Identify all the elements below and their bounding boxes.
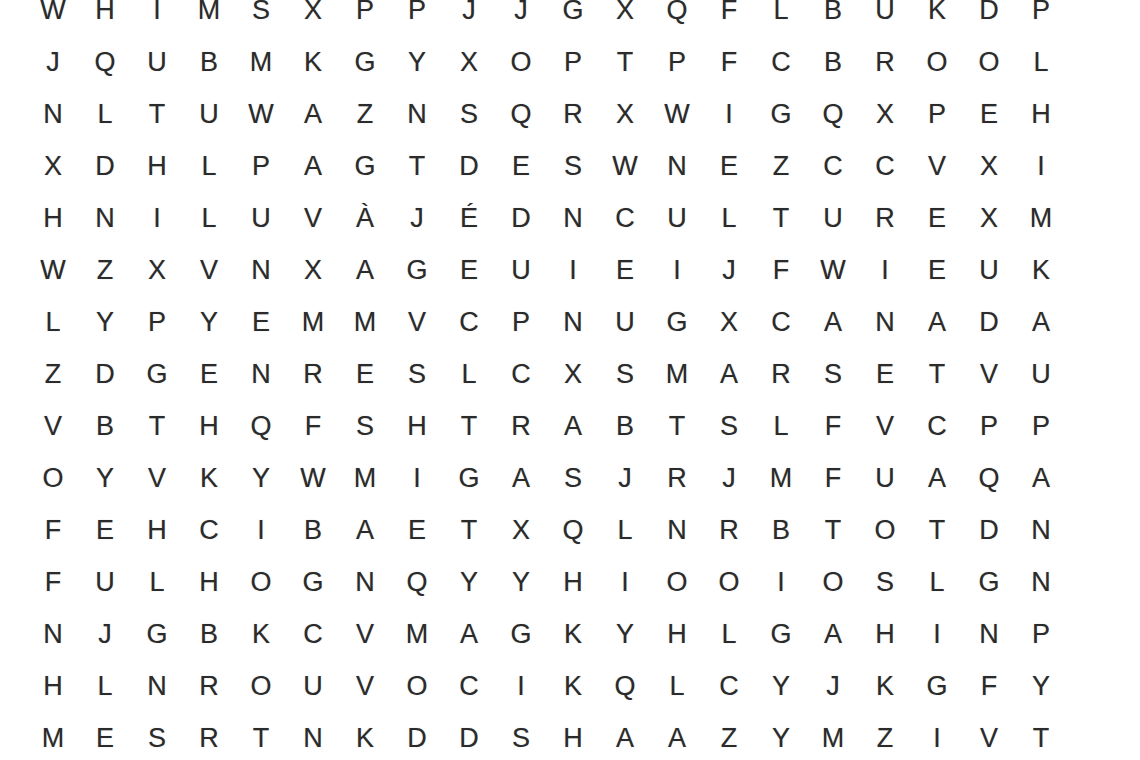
grid-cell[interactable]: B (599, 400, 651, 452)
grid-cell[interactable]: I (131, 192, 183, 244)
grid-cell[interactable]: X (599, 0, 651, 36)
grid-cell[interactable]: L (131, 556, 183, 608)
grid-cell[interactable]: L (27, 296, 79, 348)
grid-cell[interactable]: L (183, 192, 235, 244)
grid-cell[interactable]: E (703, 140, 755, 192)
grid-cell[interactable]: K (183, 452, 235, 504)
grid-cell[interactable]: N (79, 192, 131, 244)
grid-cell[interactable]: K (1015, 244, 1067, 296)
grid-cell[interactable]: R (859, 192, 911, 244)
grid-cell[interactable]: S (339, 400, 391, 452)
grid-cell[interactable]: U (235, 192, 287, 244)
grid-cell[interactable]: Y (755, 712, 807, 760)
grid-cell[interactable]: S (443, 88, 495, 140)
grid-cell[interactable]: Q (235, 400, 287, 452)
grid-cell[interactable]: K (339, 712, 391, 760)
grid-cell[interactable]: Y (495, 556, 547, 608)
grid-cell[interactable]: A (651, 712, 703, 760)
grid-cell[interactable]: S (131, 712, 183, 760)
grid-cell[interactable]: A (547, 400, 599, 452)
grid-cell[interactable]: W (599, 140, 651, 192)
grid-cell[interactable]: J (391, 192, 443, 244)
grid-cell[interactable]: R (547, 88, 599, 140)
grid-cell[interactable]: L (755, 0, 807, 36)
grid-cell[interactable]: C (443, 296, 495, 348)
grid-cell[interactable]: V (339, 608, 391, 660)
grid-cell[interactable]: F (287, 400, 339, 452)
grid-cell[interactable]: P (339, 0, 391, 36)
grid-cell[interactable]: J (807, 660, 859, 712)
grid-cell[interactable]: S (859, 556, 911, 608)
grid-cell[interactable]: N (131, 660, 183, 712)
grid-cell[interactable]: U (183, 88, 235, 140)
grid-cell[interactable]: N (27, 608, 79, 660)
grid-cell[interactable]: W (807, 244, 859, 296)
grid-cell[interactable]: E (235, 296, 287, 348)
grid-cell[interactable]: S (703, 400, 755, 452)
grid-cell[interactable]: A (911, 296, 963, 348)
grid-cell[interactable]: C (911, 400, 963, 452)
grid-cell[interactable]: Q (391, 556, 443, 608)
grid-cell[interactable]: X (703, 296, 755, 348)
grid-cell[interactable]: Y (599, 608, 651, 660)
grid-cell[interactable]: S (807, 348, 859, 400)
grid-cell[interactable]: R (183, 660, 235, 712)
grid-cell[interactable]: O (235, 556, 287, 608)
grid-cell[interactable]: E (391, 504, 443, 556)
grid-cell[interactable]: O (651, 556, 703, 608)
grid-cell[interactable]: E (599, 244, 651, 296)
grid-cell[interactable]: V (911, 140, 963, 192)
grid-cell[interactable]: M (27, 712, 79, 760)
grid-cell[interactable]: A (495, 452, 547, 504)
grid-cell[interactable]: V (339, 660, 391, 712)
grid-cell[interactable]: G (131, 608, 183, 660)
grid-cell[interactable]: J (495, 0, 547, 36)
grid-cell[interactable]: W (27, 0, 79, 36)
grid-cell[interactable]: J (443, 0, 495, 36)
grid-cell[interactable]: H (391, 400, 443, 452)
grid-cell[interactable]: V (131, 452, 183, 504)
grid-cell[interactable]: B (807, 0, 859, 36)
grid-cell[interactable]: B (287, 504, 339, 556)
grid-cell[interactable]: P (1015, 608, 1067, 660)
grid-cell[interactable]: Y (755, 660, 807, 712)
grid-cell[interactable]: K (235, 608, 287, 660)
grid-cell[interactable]: G (391, 244, 443, 296)
grid-cell[interactable]: D (443, 140, 495, 192)
grid-cell[interactable]: L (703, 192, 755, 244)
grid-cell[interactable]: C (495, 348, 547, 400)
grid-cell[interactable]: L (911, 556, 963, 608)
grid-cell[interactable]: I (1015, 140, 1067, 192)
grid-cell[interactable]: M (183, 0, 235, 36)
grid-cell[interactable]: T (443, 400, 495, 452)
grid-cell[interactable]: G (755, 88, 807, 140)
grid-cell[interactable]: C (807, 140, 859, 192)
grid-cell[interactable]: D (443, 712, 495, 760)
grid-cell[interactable]: X (963, 192, 1015, 244)
grid-cell[interactable]: G (339, 36, 391, 88)
grid-cell[interactable]: R (703, 504, 755, 556)
grid-cell[interactable]: I (495, 660, 547, 712)
grid-cell[interactable]: H (79, 0, 131, 36)
grid-cell[interactable]: V (287, 192, 339, 244)
grid-cell[interactable]: P (651, 36, 703, 88)
grid-cell[interactable]: B (183, 608, 235, 660)
grid-cell[interactable]: J (599, 452, 651, 504)
grid-cell[interactable]: H (27, 660, 79, 712)
grid-cell[interactable]: M (235, 36, 287, 88)
grid-cell[interactable]: F (703, 0, 755, 36)
grid-cell[interactable]: R (859, 36, 911, 88)
grid-cell[interactable]: Z (79, 244, 131, 296)
grid-cell[interactable]: A (287, 140, 339, 192)
grid-cell[interactable]: O (27, 452, 79, 504)
grid-cell[interactable]: A (1015, 296, 1067, 348)
grid-cell[interactable]: Q (79, 36, 131, 88)
grid-cell[interactable]: O (235, 660, 287, 712)
grid-cell[interactable]: À (339, 192, 391, 244)
grid-cell[interactable]: N (651, 140, 703, 192)
grid-cell[interactable]: W (287, 452, 339, 504)
grid-cell[interactable]: H (547, 712, 599, 760)
grid-cell[interactable]: Y (391, 36, 443, 88)
grid-cell[interactable]: U (495, 244, 547, 296)
grid-cell[interactable]: Q (651, 0, 703, 36)
grid-cell[interactable]: U (79, 556, 131, 608)
grid-cell[interactable]: O (807, 556, 859, 608)
grid-cell[interactable]: M (391, 608, 443, 660)
grid-cell[interactable]: G (651, 296, 703, 348)
grid-cell[interactable]: U (131, 36, 183, 88)
grid-cell[interactable]: L (755, 400, 807, 452)
grid-cell[interactable]: M (651, 348, 703, 400)
grid-cell[interactable]: N (963, 608, 1015, 660)
grid-cell[interactable]: T (599, 36, 651, 88)
grid-cell[interactable]: M (755, 452, 807, 504)
grid-cell[interactable]: G (755, 608, 807, 660)
grid-cell[interactable]: G (495, 608, 547, 660)
grid-cell[interactable]: I (911, 712, 963, 760)
grid-cell[interactable]: W (27, 244, 79, 296)
grid-cell[interactable]: C (599, 192, 651, 244)
grid-cell[interactable]: G (443, 452, 495, 504)
grid-cell[interactable]: F (755, 244, 807, 296)
grid-cell[interactable]: T (755, 192, 807, 244)
grid-cell[interactable]: Y (1015, 660, 1067, 712)
grid-cell[interactable]: F (807, 400, 859, 452)
grid-cell[interactable]: B (755, 504, 807, 556)
grid-cell[interactable]: L (703, 608, 755, 660)
grid-cell[interactable]: U (1015, 348, 1067, 400)
grid-cell[interactable]: E (911, 244, 963, 296)
grid-cell[interactable]: G (911, 660, 963, 712)
grid-cell[interactable]: N (547, 296, 599, 348)
grid-cell[interactable]: N (27, 88, 79, 140)
grid-cell[interactable]: N (1015, 504, 1067, 556)
grid-cell[interactable]: T (443, 504, 495, 556)
grid-cell[interactable]: U (287, 660, 339, 712)
grid-cell[interactable]: Y (183, 296, 235, 348)
grid-cell[interactable]: N (859, 296, 911, 348)
grid-cell[interactable]: X (495, 504, 547, 556)
grid-cell[interactable]: B (807, 36, 859, 88)
grid-cell[interactable]: P (131, 296, 183, 348)
grid-cell[interactable]: M (807, 712, 859, 760)
grid-cell[interactable]: É (443, 192, 495, 244)
grid-cell[interactable]: U (963, 244, 1015, 296)
grid-cell[interactable]: G (131, 348, 183, 400)
grid-cell[interactable]: S (235, 0, 287, 36)
grid-cell[interactable]: A (339, 244, 391, 296)
grid-cell[interactable]: H (131, 140, 183, 192)
grid-cell[interactable]: C (183, 504, 235, 556)
grid-cell[interactable]: D (391, 712, 443, 760)
grid-cell[interactable]: T (131, 400, 183, 452)
grid-cell[interactable]: F (807, 452, 859, 504)
grid-cell[interactable]: E (859, 348, 911, 400)
grid-cell[interactable]: L (443, 348, 495, 400)
grid-cell[interactable]: F (27, 556, 79, 608)
grid-cell[interactable]: I (131, 0, 183, 36)
grid-cell[interactable]: N (391, 88, 443, 140)
grid-cell[interactable]: O (859, 504, 911, 556)
grid-cell[interactable]: X (547, 348, 599, 400)
grid-cell[interactable]: S (495, 712, 547, 760)
grid-cell[interactable]: P (1015, 0, 1067, 36)
grid-cell[interactable]: I (755, 556, 807, 608)
grid-cell[interactable]: S (391, 348, 443, 400)
grid-cell[interactable]: H (131, 504, 183, 556)
grid-cell[interactable]: J (79, 608, 131, 660)
grid-cell[interactable]: P (911, 88, 963, 140)
grid-cell[interactable]: H (859, 608, 911, 660)
grid-cell[interactable]: V (859, 400, 911, 452)
grid-cell[interactable]: P (235, 140, 287, 192)
grid-cell[interactable]: I (235, 504, 287, 556)
grid-cell[interactable]: A (287, 88, 339, 140)
grid-cell[interactable]: N (287, 712, 339, 760)
grid-cell[interactable]: A (599, 712, 651, 760)
grid-cell[interactable]: X (963, 140, 1015, 192)
grid-cell[interactable]: I (599, 556, 651, 608)
grid-cell[interactable]: A (807, 608, 859, 660)
grid-cell[interactable]: O (391, 660, 443, 712)
grid-cell[interactable]: O (495, 36, 547, 88)
grid-cell[interactable]: S (547, 140, 599, 192)
grid-cell[interactable]: M (1015, 192, 1067, 244)
grid-cell[interactable]: N (235, 348, 287, 400)
grid-cell[interactable]: D (963, 504, 1015, 556)
grid-cell[interactable]: V (27, 400, 79, 452)
grid-cell[interactable]: B (183, 36, 235, 88)
grid-cell[interactable]: J (703, 244, 755, 296)
grid-cell[interactable]: E (911, 192, 963, 244)
grid-cell[interactable]: P (963, 400, 1015, 452)
grid-cell[interactable]: P (1015, 400, 1067, 452)
grid-cell[interactable]: F (27, 504, 79, 556)
grid-cell[interactable]: J (703, 452, 755, 504)
grid-cell[interactable]: O (963, 36, 1015, 88)
grid-cell[interactable]: T (651, 400, 703, 452)
grid-cell[interactable]: Q (963, 452, 1015, 504)
grid-cell[interactable]: G (547, 0, 599, 36)
grid-cell[interactable]: A (703, 348, 755, 400)
grid-cell[interactable]: S (599, 348, 651, 400)
grid-cell[interactable]: D (79, 348, 131, 400)
grid-cell[interactable]: X (27, 140, 79, 192)
grid-cell[interactable]: O (703, 556, 755, 608)
grid-cell[interactable]: B (79, 400, 131, 452)
grid-cell[interactable]: D (79, 140, 131, 192)
grid-cell[interactable]: X (859, 88, 911, 140)
grid-cell[interactable]: W (651, 88, 703, 140)
grid-cell[interactable]: C (703, 660, 755, 712)
grid-cell[interactable]: L (79, 88, 131, 140)
grid-cell[interactable]: L (651, 660, 703, 712)
grid-cell[interactable]: Q (599, 660, 651, 712)
grid-cell[interactable]: R (183, 712, 235, 760)
grid-cell[interactable]: H (183, 400, 235, 452)
grid-cell[interactable]: E (443, 244, 495, 296)
grid-cell[interactable]: U (651, 192, 703, 244)
grid-cell[interactable]: X (443, 36, 495, 88)
grid-cell[interactable]: U (859, 452, 911, 504)
grid-cell[interactable]: A (1015, 452, 1067, 504)
grid-cell[interactable]: A (443, 608, 495, 660)
grid-cell[interactable]: Q (807, 88, 859, 140)
grid-cell[interactable]: D (963, 296, 1015, 348)
grid-cell[interactable]: C (443, 660, 495, 712)
grid-cell[interactable]: T (131, 88, 183, 140)
grid-cell[interactable]: U (859, 0, 911, 36)
grid-cell[interactable]: G (963, 556, 1015, 608)
grid-cell[interactable]: U (807, 192, 859, 244)
grid-cell[interactable]: Y (79, 452, 131, 504)
grid-cell[interactable]: I (651, 244, 703, 296)
grid-cell[interactable]: N (651, 504, 703, 556)
grid-cell[interactable]: O (911, 36, 963, 88)
grid-cell[interactable]: G (287, 556, 339, 608)
grid-cell[interactable]: I (547, 244, 599, 296)
grid-cell[interactable]: A (339, 504, 391, 556)
grid-cell[interactable]: H (651, 608, 703, 660)
grid-cell[interactable]: Q (495, 88, 547, 140)
grid-cell[interactable]: M (339, 452, 391, 504)
grid-cell[interactable]: T (1015, 712, 1067, 760)
grid-cell[interactable]: H (1015, 88, 1067, 140)
grid-cell[interactable]: Z (27, 348, 79, 400)
grid-cell[interactable]: L (1015, 36, 1067, 88)
grid-cell[interactable]: I (391, 452, 443, 504)
grid-cell[interactable]: A (911, 452, 963, 504)
grid-cell[interactable]: K (287, 36, 339, 88)
grid-cell[interactable]: T (911, 348, 963, 400)
grid-cell[interactable]: V (963, 712, 1015, 760)
grid-cell[interactable]: D (963, 0, 1015, 36)
grid-cell[interactable]: W (235, 88, 287, 140)
grid-cell[interactable]: V (391, 296, 443, 348)
grid-cell[interactable]: R (651, 452, 703, 504)
grid-cell[interactable]: H (547, 556, 599, 608)
grid-cell[interactable]: Z (339, 88, 391, 140)
grid-cell[interactable]: K (547, 608, 599, 660)
grid-cell[interactable]: H (27, 192, 79, 244)
grid-cell[interactable]: C (755, 36, 807, 88)
grid-cell[interactable]: R (755, 348, 807, 400)
grid-cell[interactable]: J (27, 36, 79, 88)
grid-cell[interactable]: F (963, 660, 1015, 712)
grid-cell[interactable]: X (287, 244, 339, 296)
grid-cell[interactable]: I (703, 88, 755, 140)
grid-cell[interactable]: N (235, 244, 287, 296)
grid-cell[interactable]: K (859, 660, 911, 712)
grid-cell[interactable]: K (911, 0, 963, 36)
grid-cell[interactable]: A (807, 296, 859, 348)
grid-cell[interactable]: F (703, 36, 755, 88)
grid-cell[interactable]: V (963, 348, 1015, 400)
grid-cell[interactable]: U (599, 296, 651, 348)
grid-cell[interactable]: N (547, 192, 599, 244)
grid-cell[interactable]: C (755, 296, 807, 348)
grid-cell[interactable]: C (287, 608, 339, 660)
grid-cell[interactable]: E (79, 712, 131, 760)
grid-cell[interactable]: E (339, 348, 391, 400)
grid-cell[interactable]: X (287, 0, 339, 36)
grid-cell[interactable]: I (859, 244, 911, 296)
grid-cell[interactable]: S (547, 452, 599, 504)
grid-cell[interactable]: K (547, 660, 599, 712)
grid-cell[interactable]: D (495, 192, 547, 244)
grid-cell[interactable]: L (599, 504, 651, 556)
grid-cell[interactable]: E (495, 140, 547, 192)
grid-cell[interactable]: M (339, 296, 391, 348)
grid-cell[interactable]: Y (235, 452, 287, 504)
grid-cell[interactable]: G (339, 140, 391, 192)
grid-cell[interactable]: Z (859, 712, 911, 760)
grid-cell[interactable]: Y (443, 556, 495, 608)
grid-cell[interactable]: P (391, 0, 443, 36)
grid-cell[interactable]: I (911, 608, 963, 660)
grid-cell[interactable]: E (963, 88, 1015, 140)
grid-cell[interactable]: L (183, 140, 235, 192)
grid-cell[interactable]: X (131, 244, 183, 296)
grid-cell[interactable]: E (183, 348, 235, 400)
grid-cell[interactable]: M (287, 296, 339, 348)
grid-cell[interactable]: T (807, 504, 859, 556)
grid-cell[interactable]: T (911, 504, 963, 556)
grid-cell[interactable]: R (287, 348, 339, 400)
grid-cell[interactable]: V (183, 244, 235, 296)
grid-cell[interactable]: H (183, 556, 235, 608)
grid-cell[interactable]: P (495, 296, 547, 348)
grid-cell[interactable]: L (79, 660, 131, 712)
grid-cell[interactable]: Y (79, 296, 131, 348)
grid-cell[interactable]: X (599, 88, 651, 140)
grid-cell[interactable]: N (339, 556, 391, 608)
grid-cell[interactable]: N (1015, 556, 1067, 608)
grid-cell[interactable]: P (547, 36, 599, 88)
grid-cell[interactable]: T (235, 712, 287, 760)
grid-cell[interactable]: Z (755, 140, 807, 192)
grid-cell[interactable]: R (495, 400, 547, 452)
grid-cell[interactable]: T (391, 140, 443, 192)
grid-cell[interactable]: Q (547, 504, 599, 556)
grid-cell[interactable]: Z (703, 712, 755, 760)
grid-cell[interactable]: E (79, 504, 131, 556)
grid-cell[interactable]: C (859, 140, 911, 192)
